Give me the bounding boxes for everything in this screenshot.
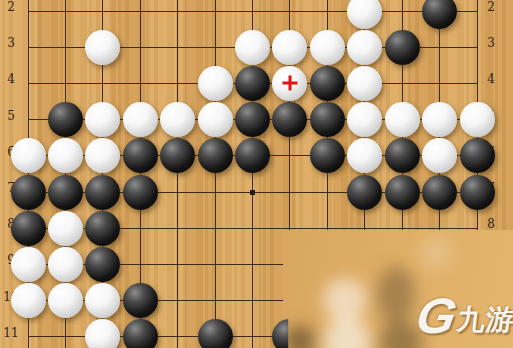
- stone-black[interactable]: [460, 175, 495, 210]
- blurred-white-stone-blob: [323, 318, 371, 348]
- stone-black[interactable]: [85, 211, 120, 246]
- stone-white[interactable]: [48, 211, 83, 246]
- stone-white[interactable]: [198, 66, 233, 101]
- blurred-black-stone-blob: [377, 266, 415, 324]
- stone-black[interactable]: [272, 102, 307, 137]
- stone-black[interactable]: [160, 138, 195, 173]
- stone-black[interactable]: [198, 319, 233, 348]
- row-label-left: 3: [2, 36, 20, 50]
- last-move-marker-icon: [282, 76, 297, 91]
- row-label-left: 4: [2, 72, 20, 86]
- stone-white[interactable]: [48, 247, 83, 282]
- stone-white[interactable]: [272, 30, 307, 65]
- stone-white[interactable]: [422, 102, 457, 137]
- stone-white[interactable]: [85, 138, 120, 173]
- stone-white[interactable]: [11, 283, 46, 318]
- stone-black[interactable]: [385, 175, 420, 210]
- stone-white[interactable]: [272, 66, 307, 101]
- stone-black[interactable]: [123, 283, 158, 318]
- stone-white[interactable]: [460, 102, 495, 137]
- stone-black[interactable]: [235, 102, 270, 137]
- stone-black[interactable]: [85, 175, 120, 210]
- go-app-screenshot: 223344556677889910101111 G 九游: [0, 0, 513, 348]
- watermark-logo-icon: G: [413, 294, 460, 338]
- stone-black[interactable]: [310, 102, 345, 137]
- stone-white[interactable]: [385, 102, 420, 137]
- row-label-right: 2: [482, 0, 500, 14]
- stone-white[interactable]: [347, 138, 382, 173]
- stone-black[interactable]: [123, 319, 158, 348]
- stone-black[interactable]: [235, 66, 270, 101]
- stone-black[interactable]: [48, 102, 83, 137]
- stone-black[interactable]: [198, 138, 233, 173]
- stone-black[interactable]: [385, 138, 420, 173]
- blurred-white-stone-blob: [419, 236, 453, 270]
- stone-black[interactable]: [11, 175, 46, 210]
- stone-white[interactable]: [85, 102, 120, 137]
- stone-black[interactable]: [85, 247, 120, 282]
- row-label-left: 11: [2, 326, 20, 340]
- stone-black[interactable]: [235, 138, 270, 173]
- stone-black[interactable]: [422, 0, 457, 29]
- watermark: G 九游: [417, 294, 513, 338]
- row-label-left: 2: [2, 0, 20, 14]
- stone-white[interactable]: [11, 247, 46, 282]
- grid-line-horizontal: [28, 11, 478, 12]
- row-label-right: 3: [482, 36, 500, 50]
- stone-black[interactable]: [48, 175, 83, 210]
- stone-white[interactable]: [48, 138, 83, 173]
- stone-black[interactable]: [422, 175, 457, 210]
- star-point: [250, 190, 255, 195]
- blurred-white-stone-blob: [323, 278, 367, 322]
- stone-white[interactable]: [347, 66, 382, 101]
- stone-white[interactable]: [310, 30, 345, 65]
- stone-white[interactable]: [347, 0, 382, 29]
- row-label-right: 4: [482, 72, 500, 86]
- grid-line-vertical: [177, 0, 178, 348]
- stone-black[interactable]: [123, 138, 158, 173]
- stone-black[interactable]: [123, 175, 158, 210]
- watermark-text: 九游: [455, 305, 513, 335]
- stone-white[interactable]: [422, 138, 457, 173]
- stone-white[interactable]: [85, 283, 120, 318]
- stone-black[interactable]: [385, 30, 420, 65]
- stone-white[interactable]: [347, 30, 382, 65]
- stone-white[interactable]: [235, 30, 270, 65]
- stone-black[interactable]: [310, 66, 345, 101]
- stone-white[interactable]: [198, 102, 233, 137]
- stone-white[interactable]: [347, 102, 382, 137]
- stone-white[interactable]: [160, 102, 195, 137]
- stone-white[interactable]: [85, 30, 120, 65]
- row-label-left: 5: [2, 109, 20, 123]
- stone-white[interactable]: [85, 319, 120, 348]
- blurred-black-stone-blob: [285, 326, 315, 348]
- stone-white[interactable]: [48, 283, 83, 318]
- grid-line-vertical: [215, 0, 216, 348]
- stone-white[interactable]: [11, 138, 46, 173]
- stone-black[interactable]: [310, 138, 345, 173]
- stone-black[interactable]: [460, 138, 495, 173]
- stone-black[interactable]: [11, 211, 46, 246]
- stone-white[interactable]: [123, 102, 158, 137]
- stone-black[interactable]: [347, 175, 382, 210]
